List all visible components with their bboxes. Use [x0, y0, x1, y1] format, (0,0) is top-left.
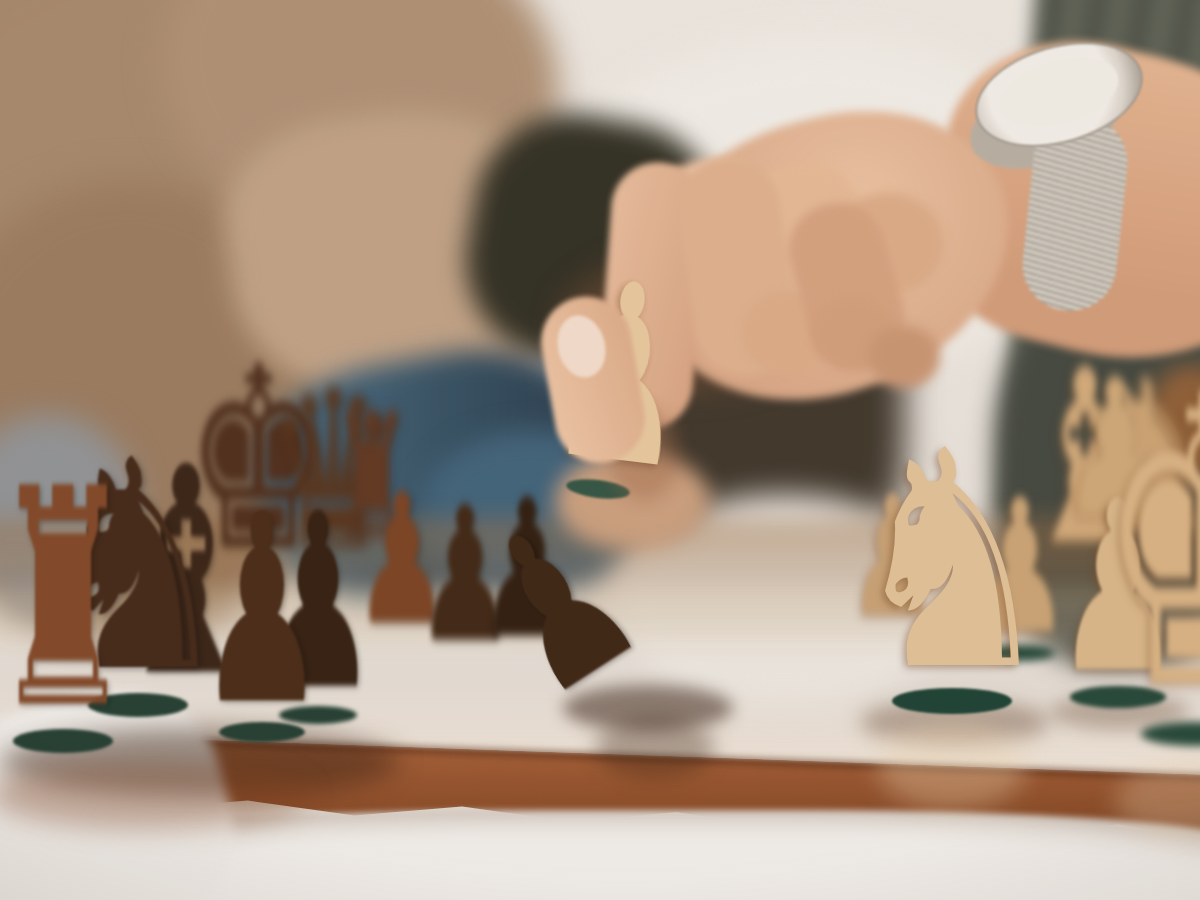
reflection-fallen-pawn	[595, 718, 715, 778]
pinky-fingertip	[868, 326, 940, 388]
black-pawn-front-a[interactable]: ♟	[198, 480, 326, 740]
black-rook[interactable]: ♜	[0, 450, 133, 750]
white-knight[interactable]: ♞	[847, 412, 1057, 712]
white-king-edge[interactable]: ♚	[1097, 345, 1200, 745]
chess-photo-scene: ♚♛♜♝♞♟♟♟♟♟♟♝♞♜♟♟♟♞♟♚♟	[0, 0, 1200, 900]
